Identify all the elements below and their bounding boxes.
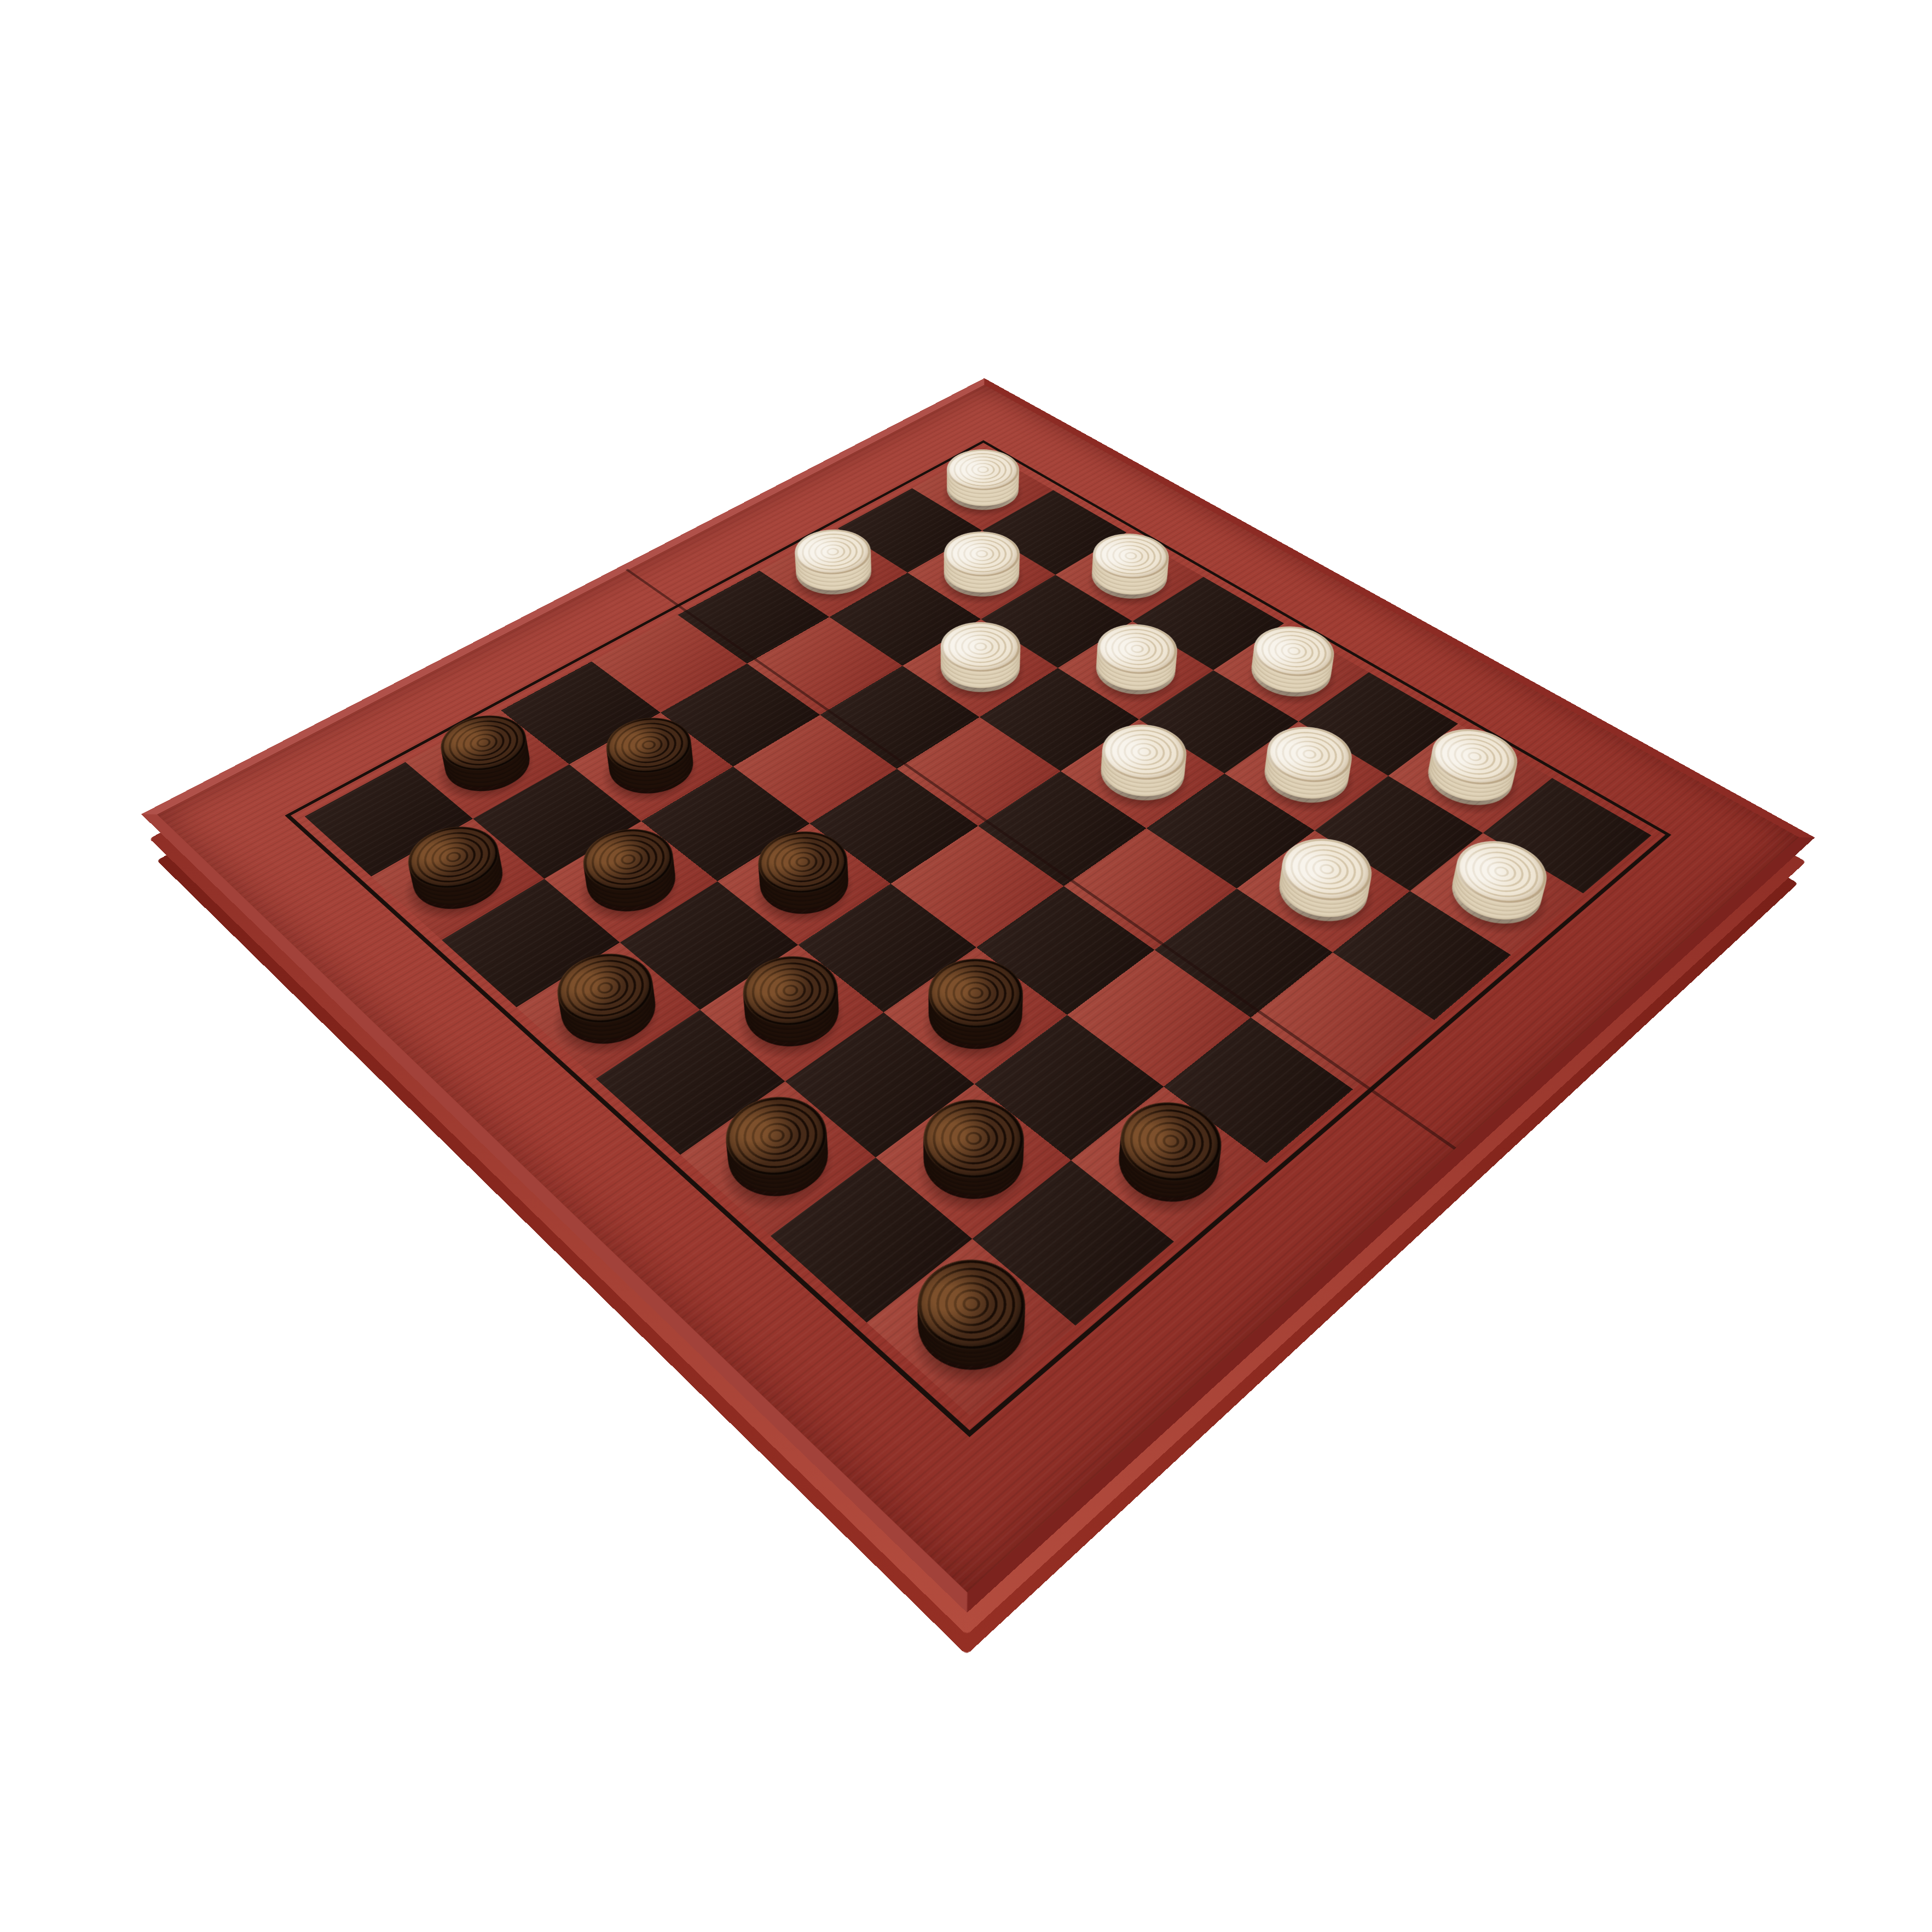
square-r4f1[interactable]	[517, 942, 700, 1079]
photo-canvas	[0, 0, 1932, 1932]
checkers-board	[141, 378, 1815, 1613]
checker-light[interactable]	[928, 542, 1034, 606]
checker-light[interactable]	[1247, 736, 1365, 814]
checker-light[interactable]	[780, 540, 887, 604]
checker-light[interactable]	[1434, 849, 1559, 937]
playing-area	[305, 450, 1652, 1415]
square-r8f1[interactable]	[867, 1239, 1075, 1415]
checker-dark[interactable]	[896, 1262, 1046, 1389]
square-r1f2[interactable]	[406, 710, 569, 819]
checker-dark[interactable]	[742, 840, 866, 927]
checker-dark[interactable]	[569, 837, 693, 924]
